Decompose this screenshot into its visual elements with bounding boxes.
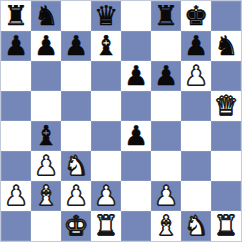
square-a3[interactable] <box>1 151 31 181</box>
square-e5[interactable] <box>121 91 151 121</box>
square-a1[interactable] <box>1 211 31 241</box>
square-b3[interactable]: ♟ <box>31 151 61 181</box>
piece-black-bishop[interactable]: ♝ <box>94 31 118 61</box>
square-g2[interactable] <box>181 181 211 211</box>
square-e4[interactable]: ♟ <box>121 121 151 151</box>
piece-white-rook[interactable]: ♜ <box>94 211 118 241</box>
square-a5[interactable] <box>1 91 31 121</box>
piece-white-pawn[interactable]: ♟ <box>4 181 28 211</box>
piece-white-rook[interactable]: ♜ <box>214 211 238 241</box>
piece-black-queen[interactable]: ♛ <box>94 1 118 31</box>
square-h7[interactable]: ♞ <box>211 31 241 61</box>
square-b8[interactable]: ♞ <box>31 1 61 31</box>
square-c3[interactable]: ♞ <box>61 151 91 181</box>
piece-white-bishop[interactable]: ♝ <box>154 211 178 241</box>
piece-black-pawn[interactable]: ♟ <box>154 61 178 91</box>
square-c7[interactable]: ♟ <box>61 31 91 61</box>
piece-white-pawn[interactable]: ♟ <box>34 151 58 181</box>
square-c2[interactable]: ♟ <box>61 181 91 211</box>
piece-white-pawn[interactable]: ♟ <box>184 61 208 91</box>
square-h5[interactable]: ♛ <box>211 91 241 121</box>
piece-black-pawn[interactable]: ♟ <box>124 121 148 151</box>
piece-white-bishop[interactable]: ♝ <box>34 181 58 211</box>
square-b1[interactable] <box>31 211 61 241</box>
piece-white-pawn[interactable]: ♟ <box>94 181 118 211</box>
square-h8[interactable] <box>211 1 241 31</box>
square-a2[interactable]: ♟ <box>1 181 31 211</box>
piece-black-knight[interactable]: ♞ <box>214 31 238 61</box>
square-e8[interactable] <box>121 1 151 31</box>
square-e3[interactable] <box>121 151 151 181</box>
square-d3[interactable] <box>91 151 121 181</box>
piece-black-pawn[interactable]: ♟ <box>64 31 88 61</box>
piece-white-king[interactable]: ♚ <box>64 211 88 241</box>
square-f7[interactable] <box>151 31 181 61</box>
square-c8[interactable] <box>61 1 91 31</box>
piece-white-queen[interactable]: ♛ <box>214 91 238 121</box>
square-g6[interactable]: ♟ <box>181 61 211 91</box>
square-b7[interactable]: ♟ <box>31 31 61 61</box>
square-a8[interactable]: ♜ <box>1 1 31 31</box>
square-e2[interactable] <box>121 181 151 211</box>
square-a6[interactable] <box>1 61 31 91</box>
square-e6[interactable]: ♟ <box>121 61 151 91</box>
square-h6[interactable] <box>211 61 241 91</box>
square-b4[interactable]: ♝ <box>31 121 61 151</box>
piece-white-knight[interactable]: ♞ <box>64 151 88 181</box>
piece-black-rook[interactable]: ♜ <box>4 1 28 31</box>
square-a4[interactable] <box>1 121 31 151</box>
square-g1[interactable]: ♞ <box>181 211 211 241</box>
square-f1[interactable]: ♝ <box>151 211 181 241</box>
square-b5[interactable] <box>31 91 61 121</box>
square-b6[interactable] <box>31 61 61 91</box>
square-e1[interactable] <box>121 211 151 241</box>
piece-black-pawn[interactable]: ♟ <box>4 31 28 61</box>
square-f6[interactable]: ♟ <box>151 61 181 91</box>
square-h4[interactable] <box>211 121 241 151</box>
piece-black-pawn[interactable]: ♟ <box>184 31 208 61</box>
square-f5[interactable] <box>151 91 181 121</box>
square-f4[interactable] <box>151 121 181 151</box>
square-h3[interactable] <box>211 151 241 181</box>
square-d7[interactable]: ♝ <box>91 31 121 61</box>
piece-white-pawn[interactable]: ♟ <box>64 181 88 211</box>
piece-black-pawn[interactable]: ♟ <box>124 61 148 91</box>
square-c1[interactable]: ♚ <box>61 211 91 241</box>
square-d6[interactable] <box>91 61 121 91</box>
piece-black-pawn[interactable]: ♟ <box>34 31 58 61</box>
square-d2[interactable]: ♟ <box>91 181 121 211</box>
piece-black-rook[interactable]: ♜ <box>154 1 178 31</box>
square-f3[interactable] <box>151 151 181 181</box>
piece-black-knight[interactable]: ♞ <box>34 1 58 31</box>
square-h1[interactable]: ♜ <box>211 211 241 241</box>
square-g5[interactable] <box>181 91 211 121</box>
square-g4[interactable] <box>181 121 211 151</box>
piece-black-king[interactable]: ♚ <box>184 1 208 31</box>
square-e7[interactable] <box>121 31 151 61</box>
square-d5[interactable] <box>91 91 121 121</box>
piece-black-bishop[interactable]: ♝ <box>34 121 58 151</box>
square-d8[interactable]: ♛ <box>91 1 121 31</box>
square-d1[interactable]: ♜ <box>91 211 121 241</box>
piece-white-pawn[interactable]: ♟ <box>154 181 178 211</box>
piece-white-knight[interactable]: ♞ <box>184 211 208 241</box>
square-g3[interactable] <box>181 151 211 181</box>
square-b2[interactable]: ♝ <box>31 181 61 211</box>
square-c4[interactable] <box>61 121 91 151</box>
square-h2[interactable] <box>211 181 241 211</box>
square-c6[interactable] <box>61 61 91 91</box>
square-g8[interactable]: ♚ <box>181 1 211 31</box>
square-f8[interactable]: ♜ <box>151 1 181 31</box>
square-d4[interactable] <box>91 121 121 151</box>
square-a7[interactable]: ♟ <box>1 31 31 61</box>
chess-board: ♜♞♛♜♚♟♟♟♝♟♞♟♟♟♛♝♟♟♞♟♝♟♟♟♚♜♝♞♜ <box>0 0 242 242</box>
square-c5[interactable] <box>61 91 91 121</box>
chess-board-grid: ♜♞♛♜♚♟♟♟♝♟♞♟♟♟♛♝♟♟♞♟♝♟♟♟♚♜♝♞♜ <box>1 1 241 241</box>
square-g7[interactable]: ♟ <box>181 31 211 61</box>
square-f2[interactable]: ♟ <box>151 181 181 211</box>
